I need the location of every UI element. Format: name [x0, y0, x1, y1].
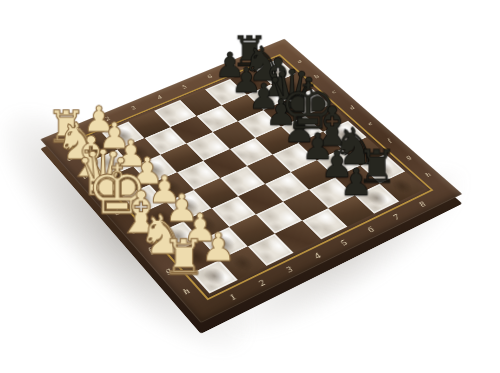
- board-grid: ♜♞♝♛♚♝♞♜♟♟♟♟♟♟♟♟♟♟♟♟♟♟♟♟♜♞♝♛♚♝♞♜: [75, 59, 425, 294]
- scene: abcdefgh abcdefgh 87654321 87654321 ♜♞♝♛…: [0, 0, 500, 373]
- piece-white-pawn-h2[interactable]: ♟: [201, 228, 236, 267]
- photo-backdrop: abcdefgh abcdefgh 87654321 87654321 ♜♞♝♛…: [0, 0, 500, 373]
- piece-white-rook-h1[interactable]: ♜: [162, 234, 206, 283]
- chessboard: abcdefgh abcdefgh 87654321 87654321 ♜♞♝♛…: [40, 39, 462, 323]
- piece-black-pawn-h7[interactable]: ♟: [339, 164, 373, 202]
- gold-pinstripe-border: ♜♞♝♛♚♝♞♜♟♟♟♟♟♟♟♟♟♟♟♟♟♟♟♟♜♞♝♛♚♝♞♜: [67, 54, 434, 300]
- board-frame: abcdefgh abcdefgh 87654321 87654321 ♜♞♝♛…: [40, 39, 462, 323]
- square-h8[interactable]: ♜: [380, 171, 425, 201]
